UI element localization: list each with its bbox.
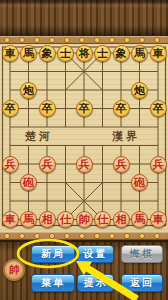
- piece-black-象[interactable]: 象: [113, 45, 130, 62]
- piece-black-卒[interactable]: 卒: [150, 100, 167, 117]
- piece-red-馬[interactable]: 馬: [20, 211, 37, 228]
- xiangqi-app: 楚河 漢界 車馬象士将士象馬車炮炮卒卒卒卒卒兵兵兵兵兵砲砲車馬相仕帥仕相馬車 帥…: [0, 0, 168, 300]
- back-button[interactable]: 返回: [121, 274, 163, 292]
- piece-black-卒[interactable]: 卒: [39, 100, 56, 117]
- piece-red-仕[interactable]: 仕: [94, 211, 111, 228]
- piece-red-兵[interactable]: 兵: [150, 156, 167, 173]
- piece-red-相[interactable]: 相: [39, 211, 56, 228]
- piece-red-帥[interactable]: 帥: [76, 211, 93, 228]
- turn-indicator-red-general: 帥: [3, 259, 25, 281]
- piece-black-車[interactable]: 車: [2, 45, 19, 62]
- piece-black-卒[interactable]: 卒: [113, 100, 130, 117]
- piece-red-兵[interactable]: 兵: [76, 156, 93, 173]
- piece-red-車[interactable]: 車: [2, 211, 19, 228]
- piece-red-仕[interactable]: 仕: [57, 211, 74, 228]
- settings-button[interactable]: 设置: [77, 245, 114, 263]
- piece-red-兵[interactable]: 兵: [39, 156, 56, 173]
- piece-black-象[interactable]: 象: [39, 45, 56, 62]
- board-stud-strip-bottom: [0, 232, 168, 240]
- piece-red-砲[interactable]: 砲: [20, 174, 37, 191]
- piece-red-相[interactable]: 相: [113, 211, 130, 228]
- piece-black-士[interactable]: 士: [94, 45, 111, 62]
- piece-red-車[interactable]: 車: [150, 211, 167, 228]
- piece-red-兵[interactable]: 兵: [2, 156, 19, 173]
- menu-button[interactable]: 菜单: [31, 274, 75, 292]
- river-label-right: 漢界: [112, 129, 140, 145]
- undo-button[interactable]: 悔棋: [121, 245, 163, 263]
- board-field: 楚河 漢界 車馬象士将士象馬車炮炮卒卒卒卒卒兵兵兵兵兵砲砲車馬相仕帥仕相馬車: [0, 44, 168, 232]
- piece-red-兵[interactable]: 兵: [113, 156, 130, 173]
- top-wood-shade: [0, 0, 168, 36]
- top-wood-frame: [0, 0, 168, 36]
- piece-red-馬[interactable]: 馬: [131, 211, 148, 228]
- piece-black-炮[interactable]: 炮: [131, 82, 148, 99]
- piece-black-炮[interactable]: 炮: [20, 82, 37, 99]
- hint-button[interactable]: 提示: [77, 274, 114, 292]
- piece-black-馬[interactable]: 馬: [131, 45, 148, 62]
- board-stud-strip-top: [0, 36, 168, 44]
- piece-black-車[interactable]: 車: [150, 45, 167, 62]
- piece-black-馬[interactable]: 馬: [20, 45, 37, 62]
- piece-black-将[interactable]: 将: [76, 45, 93, 62]
- new-game-button[interactable]: 新局: [31, 245, 75, 263]
- river-label-left: 楚河: [25, 129, 53, 145]
- xiangqi-board: 楚河 漢界 車馬象士将士象馬車炮炮卒卒卒卒卒兵兵兵兵兵砲砲車馬相仕帥仕相馬車: [0, 36, 168, 240]
- piece-red-砲[interactable]: 砲: [131, 174, 148, 191]
- piece-black-士[interactable]: 士: [57, 45, 74, 62]
- piece-black-卒[interactable]: 卒: [76, 100, 93, 117]
- piece-black-卒[interactable]: 卒: [2, 100, 19, 117]
